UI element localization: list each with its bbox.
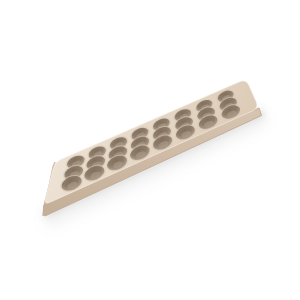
mancala-board [0, 0, 300, 300]
board-scene [0, 0, 300, 300]
